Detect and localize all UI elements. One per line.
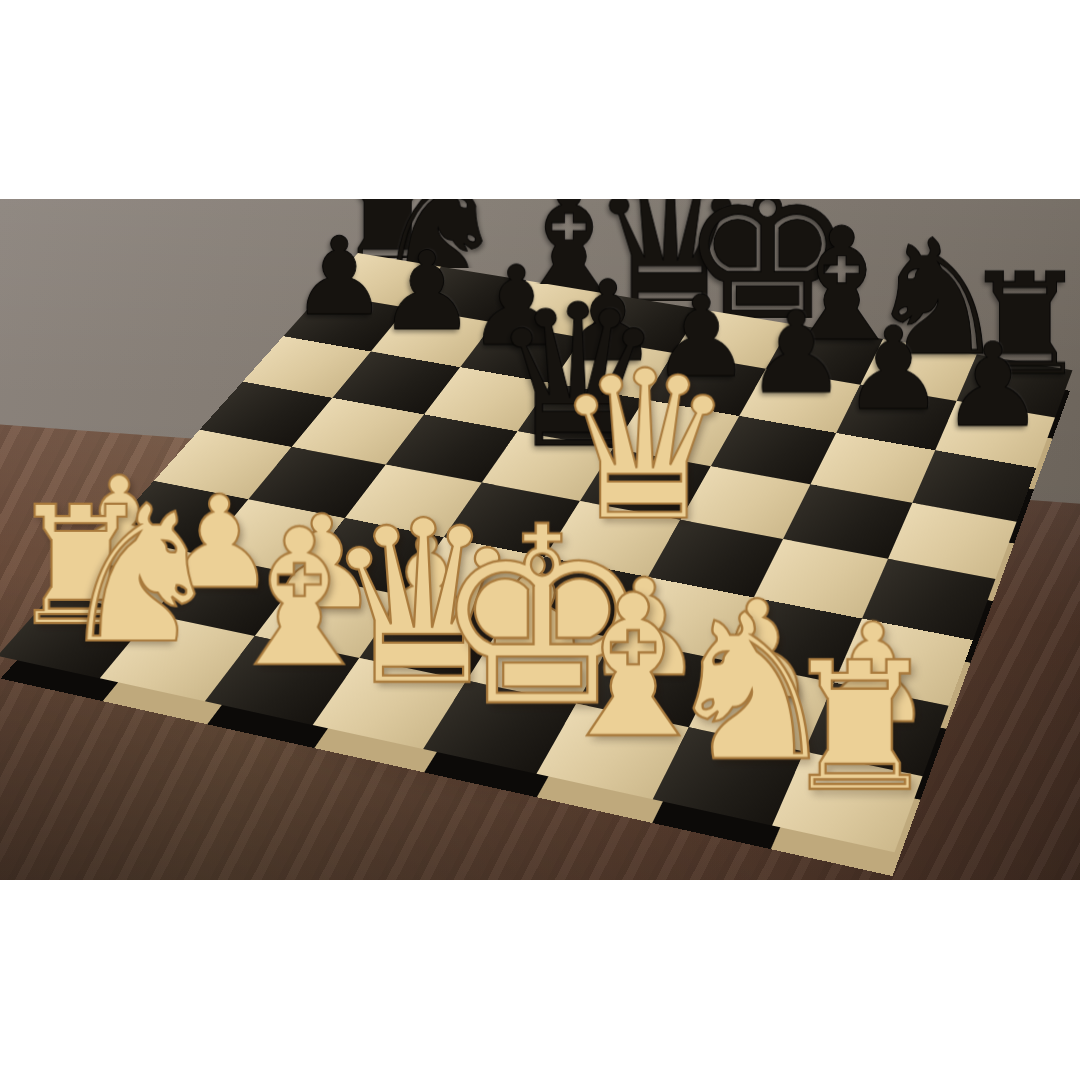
piece-white-pawn-c2: ♟ (264, 499, 377, 628)
piece-black-rook-a8: ♜ (329, 199, 421, 288)
piece-black-bishop-f8: ♝ (772, 207, 868, 363)
piece-black-bishop-c8: ♝ (501, 199, 595, 317)
board-perspective-wrapper: ♜♞♝♛♚♝♞♜♟♟♟♟♟♟♟♟♛♛♟♟♟♟♟♟♟♟♜♞♝♛♚♝♞♜ (160, 199, 1000, 880)
piece-black-knight-g8: ♞ (866, 219, 963, 379)
product-photo-canvas: ♜♞♝♛♚♝♞♜♟♟♟♟♟♟♟♟♛♛♟♟♟♟♟♟♟♟♜♞♝♛♚♝♞♜ (0, 0, 1080, 1080)
photo-area: ♜♞♝♛♚♝♞♜♟♟♟♟♟♟♟♟♛♛♟♟♟♟♟♟♟♟♜♞♝♛♚♝♞♜ (0, 199, 1080, 880)
piece-black-queen-d8: ♛ (590, 199, 684, 332)
square-h5 (888, 503, 1017, 579)
piece-black-king-e8: ♚ (680, 199, 775, 347)
piece-black-knight-b8: ♞ (414, 199, 507, 302)
